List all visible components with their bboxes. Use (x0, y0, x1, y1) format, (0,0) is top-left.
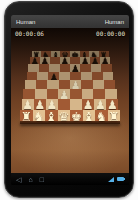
square-h6[interactable] (101, 64, 111, 72)
piece-white-knight[interactable]: ♞ (33, 111, 44, 124)
square-a1[interactable]: ♜ (20, 110, 33, 121)
square-d3[interactable]: ♟ (58, 89, 70, 99)
square-b6[interactable] (39, 64, 49, 72)
piece-white-king[interactable]: ♚ (71, 111, 82, 124)
square-f1[interactable]: ♝ (83, 110, 96, 121)
back-icon[interactable]: ◁ (16, 176, 21, 183)
black-player-name: Human (105, 19, 124, 25)
square-e6[interactable]: ♟ (70, 64, 80, 72)
piece-white-rook[interactable]: ♜ (108, 111, 119, 124)
board-rank-1: ♜♞♝♛♚♝♞♜ (20, 110, 120, 121)
square-d5[interactable] (59, 72, 70, 80)
white-player-name: Human (16, 19, 35, 25)
square-b7[interactable]: ♟ (40, 57, 50, 64)
clock-row: 00:00:06 00:00:00 (11, 30, 129, 37)
square-c5[interactable]: ♟ (48, 72, 59, 80)
square-h5[interactable] (103, 72, 114, 80)
square-d7[interactable]: ♟ (60, 57, 70, 64)
recents-icon[interactable]: □ (40, 176, 44, 183)
battery-icon (117, 177, 124, 181)
piece-white-bishop[interactable]: ♝ (46, 111, 57, 124)
square-f7[interactable]: ♟ (80, 57, 90, 64)
square-a6[interactable] (28, 64, 38, 72)
nav-buttons: ◁ ⌂ □ (16, 176, 44, 183)
square-a5[interactable] (27, 72, 38, 80)
square-g4[interactable] (93, 80, 104, 89)
square-b5[interactable] (37, 72, 48, 80)
square-f5[interactable] (81, 72, 92, 80)
square-g6[interactable] (91, 64, 101, 72)
square-h7[interactable]: ♟ (100, 57, 110, 64)
piece-white-queen[interactable]: ♛ (58, 111, 69, 124)
square-a7[interactable]: ♟ (30, 57, 40, 64)
square-a4[interactable] (25, 80, 36, 89)
square-h1[interactable]: ♜ (108, 110, 121, 121)
square-c4[interactable] (47, 80, 58, 89)
square-g5[interactable] (92, 72, 103, 80)
square-c7[interactable] (50, 57, 60, 64)
player-bar: Human Human (11, 15, 129, 28)
screen: Human Human 00:00:06 00:00:00 ♜♞♝♛♚♝♞♜♟♟… (11, 15, 129, 185)
square-g1[interactable]: ♞ (95, 110, 108, 121)
white-clock: 00:00:06 (15, 30, 44, 37)
black-clock: 00:00:00 (96, 30, 125, 37)
board-rank-7: ♟♟♟♟♟♟ (30, 57, 110, 64)
square-e4[interactable]: ♟ (70, 80, 81, 89)
square-b1[interactable]: ♞ (33, 110, 46, 121)
tablet-frame: Human Human 00:00:06 00:00:00 ♜♞♝♛♚♝♞♜♟♟… (4, 1, 134, 198)
board-rank-4: ♟ (25, 80, 115, 89)
board-rank-5: ♟ (27, 72, 114, 80)
piece-white-knight[interactable]: ♞ (96, 111, 107, 124)
square-e1[interactable]: ♚ (70, 110, 83, 121)
signal-icon (108, 177, 114, 182)
square-f6[interactable] (80, 64, 90, 72)
square-h4[interactable] (104, 80, 115, 89)
chess-board[interactable]: ♜♞♝♛♚♝♞♜♟♟♟♟♟♟♟♟♟♟♟♟♟♟♟♟♜♞♝♛♚♝♞♜ (20, 51, 120, 124)
home-icon[interactable]: ⌂ (28, 176, 32, 183)
square-d6[interactable] (60, 64, 70, 72)
system-bar: ◁ ⌂ □ (11, 173, 129, 185)
square-f4[interactable] (81, 80, 92, 89)
piece-white-bishop[interactable]: ♝ (83, 111, 94, 124)
square-e3[interactable] (70, 89, 82, 99)
square-d1[interactable]: ♛ (58, 110, 71, 121)
square-b4[interactable] (36, 80, 47, 89)
square-g7[interactable]: ♟ (90, 57, 100, 64)
status-icons (108, 177, 124, 182)
game-scene: 00:00:06 00:00:00 ♜♞♝♛♚♝♞♜♟♟♟♟♟♟♟♟♟♟♟♟♟♟… (11, 28, 129, 173)
board-rank-6: ♟ (28, 64, 112, 72)
piece-white-rook[interactable]: ♜ (21, 111, 32, 124)
square-c1[interactable]: ♝ (45, 110, 58, 121)
